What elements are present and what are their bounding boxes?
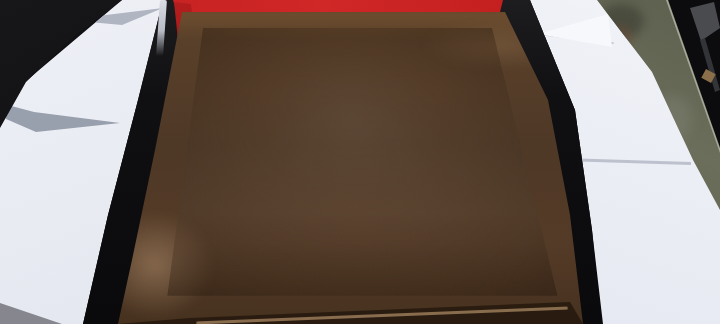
board-row-1 xyxy=(200,28,499,54)
scene xyxy=(0,0,720,324)
board-squares xyxy=(167,28,557,296)
board-perspective-wrapper xyxy=(203,28,507,296)
board-vignette xyxy=(167,28,557,296)
